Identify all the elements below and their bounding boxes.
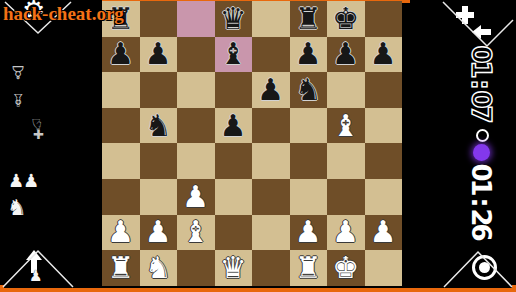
square-e7[interactable] [252, 37, 290, 73]
square-e4[interactable] [252, 143, 290, 179]
square-g3[interactable] [327, 179, 365, 215]
square-d3[interactable] [215, 179, 253, 215]
square-c6[interactable] [177, 72, 215, 108]
app-window: ⚙ ♙ ♗ ♘ ✚ ♟ ♟ ♞ ♟ ♜♛♜♚♟♟♝♟♟♟♟♞♞♟♝♟♟♟♝♟♟♟… [0, 0, 516, 292]
piece-black-p[interactable]: ♟ [220, 111, 247, 141]
piece-white-p[interactable]: ♟ [332, 217, 359, 247]
square-d5[interactable]: ♟ [215, 108, 253, 144]
square-e1[interactable] [252, 250, 290, 286]
top-player-clock: 01:07 [464, 47, 498, 122]
chess-board: ♜♛♜♚♟♟♝♟♟♟♟♞♞♟♝♟♟♟♝♟♟♟♜♞♛♜♚ [102, 1, 402, 286]
captured-pawn-icon: ♟ [23, 172, 39, 190]
square-d4[interactable] [215, 143, 253, 179]
piece-white-r[interactable]: ♜ [107, 253, 134, 283]
piece-white-b[interactable]: ♝ [332, 111, 359, 141]
square-f6[interactable]: ♞ [290, 72, 328, 108]
square-f3[interactable] [290, 179, 328, 215]
piece-black-p[interactable]: ♟ [107, 39, 134, 69]
square-h7[interactable]: ♟ [365, 37, 403, 73]
watermark-text: hack-cheat.org [3, 3, 124, 25]
square-b3[interactable] [140, 179, 178, 215]
piece-white-q[interactable]: ♛ [220, 253, 247, 283]
piece-black-k[interactable]: ♚ [332, 4, 359, 34]
piece-white-p[interactable]: ♟ [295, 217, 322, 247]
square-a1[interactable]: ♜ [102, 250, 140, 286]
square-h2[interactable]: ♟ [365, 215, 403, 251]
square-f7[interactable]: ♟ [290, 37, 328, 73]
square-b2[interactable]: ♟ [140, 215, 178, 251]
piece-white-p[interactable]: ♟ [370, 217, 397, 247]
square-e2[interactable] [252, 215, 290, 251]
square-a6[interactable] [102, 72, 140, 108]
square-f5[interactable] [290, 108, 328, 144]
square-a4[interactable] [102, 143, 140, 179]
piece-white-p[interactable]: ♟ [145, 217, 172, 247]
piece-white-p[interactable]: ♟ [182, 182, 209, 212]
square-g5[interactable]: ♝ [327, 108, 365, 144]
square-d1[interactable]: ♛ [215, 250, 253, 286]
square-g2[interactable]: ♟ [327, 215, 365, 251]
square-g4[interactable] [327, 143, 365, 179]
square-b6[interactable] [140, 72, 178, 108]
captured-bishop-icon: ♗ [10, 91, 26, 109]
piece-white-p[interactable]: ♟ [107, 217, 134, 247]
piece-black-p[interactable]: ♟ [332, 39, 359, 69]
square-e5[interactable] [252, 108, 290, 144]
square-c3[interactable]: ♟ [177, 179, 215, 215]
piece-black-q[interactable]: ♛ [220, 4, 247, 34]
square-h3[interactable] [365, 179, 403, 215]
captured-pawn-icon: ♟ [8, 172, 24, 190]
square-c4[interactable] [177, 143, 215, 179]
bottom-player-clock: 01:26 [464, 165, 498, 240]
piece-white-b[interactable]: ♝ [182, 217, 209, 247]
square-b4[interactable] [140, 143, 178, 179]
piece-black-b[interactable]: ♝ [220, 39, 247, 69]
pawn-icon: ♟ [29, 269, 42, 284]
piece-black-p[interactable]: ♟ [145, 39, 172, 69]
square-c8[interactable] [177, 1, 215, 37]
square-f8[interactable]: ♜ [290, 1, 328, 37]
square-h8[interactable] [365, 1, 403, 37]
piece-white-r[interactable]: ♜ [295, 253, 322, 283]
left-player-panel: ⚙ ♙ ♗ ♘ ✚ ♟ ♟ ♞ ♟ [0, 0, 102, 285]
inactive-turn-ring-icon [476, 129, 489, 142]
square-d2[interactable] [215, 215, 253, 251]
square-b8[interactable] [140, 1, 178, 37]
square-e8[interactable] [252, 1, 290, 37]
square-b1[interactable]: ♞ [140, 250, 178, 286]
square-d8[interactable]: ♛ [215, 1, 253, 37]
square-a7[interactable]: ♟ [102, 37, 140, 73]
square-g7[interactable]: ♟ [327, 37, 365, 73]
square-d6[interactable] [215, 72, 253, 108]
square-f4[interactable] [290, 143, 328, 179]
square-f1[interactable]: ♜ [290, 250, 328, 286]
square-b5[interactable]: ♞ [140, 108, 178, 144]
piece-black-n[interactable]: ♞ [295, 75, 322, 105]
square-h4[interactable] [365, 143, 403, 179]
captured-knight-icon: ♞ [7, 197, 27, 219]
piece-white-k[interactable]: ♚ [332, 253, 359, 283]
plus-badge-icon: ✚ [33, 128, 44, 141]
square-e3[interactable] [252, 179, 290, 215]
square-h1[interactable] [365, 250, 403, 286]
square-h5[interactable] [365, 108, 403, 144]
square-a3[interactable] [102, 179, 140, 215]
right-clock-panel: 01:07 01:26 [410, 0, 516, 285]
piece-white-n[interactable]: ♞ [145, 253, 172, 283]
plus-icon[interactable] [456, 6, 474, 24]
square-c2[interactable]: ♝ [177, 215, 215, 251]
square-c5[interactable] [177, 108, 215, 144]
square-a5[interactable] [102, 108, 140, 144]
piece-black-n[interactable]: ♞ [145, 111, 172, 141]
square-c7[interactable] [177, 37, 215, 73]
square-g8[interactable]: ♚ [327, 1, 365, 37]
piece-black-r[interactable]: ♜ [295, 4, 322, 34]
captured-pawn-icon: ♙ [10, 63, 26, 81]
square-h6[interactable] [365, 72, 403, 108]
piece-black-p[interactable]: ♟ [295, 39, 322, 69]
piece-black-p[interactable]: ♟ [257, 75, 284, 105]
square-b7[interactable]: ♟ [140, 37, 178, 73]
square-g6[interactable] [327, 72, 365, 108]
square-g1[interactable]: ♚ [327, 250, 365, 286]
square-d7[interactable]: ♝ [215, 37, 253, 73]
piece-black-p[interactable]: ♟ [370, 39, 397, 69]
square-f2[interactable]: ♟ [290, 215, 328, 251]
square-c1[interactable] [177, 250, 215, 286]
record-icon[interactable] [472, 255, 497, 280]
square-a2[interactable]: ♟ [102, 215, 140, 251]
square-e6[interactable]: ♟ [252, 72, 290, 108]
